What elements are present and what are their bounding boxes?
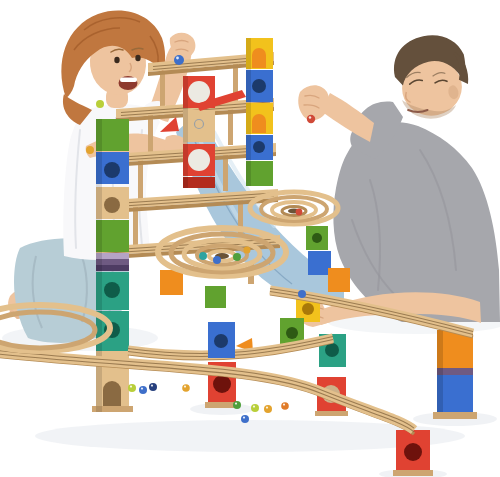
man-head (388, 29, 476, 125)
marble (149, 383, 157, 391)
base-plank (433, 412, 477, 419)
man-hand-pinching (298, 85, 329, 120)
marble-in-funnel (213, 256, 221, 264)
blue-cube-on-rail (208, 322, 235, 358)
marble (264, 405, 272, 413)
marble (139, 386, 147, 394)
cube-hole (253, 141, 265, 153)
cube-blue (308, 251, 331, 275)
cube-orange (328, 268, 350, 292)
base-plank (315, 411, 348, 416)
marble (281, 402, 289, 410)
marble (128, 384, 136, 392)
column-shading (437, 330, 443, 412)
white-circle (188, 149, 210, 171)
white-circle (188, 81, 210, 103)
marble-in-funnel (296, 209, 303, 216)
orange-blue-stack (433, 330, 477, 419)
column-shading (183, 76, 188, 188)
orange-arch (252, 48, 266, 68)
cube-green-support (205, 286, 226, 308)
photo-canvas (0, 0, 500, 477)
base-plank (393, 470, 433, 476)
marble (233, 401, 241, 409)
marble (241, 415, 249, 423)
scene (0, 0, 500, 477)
yellow-blue-column (246, 38, 273, 186)
marble-in-funnel (199, 252, 207, 260)
marble-on-rail-3 (86, 146, 94, 154)
cube-hole (325, 343, 339, 357)
orange-arch (252, 114, 266, 133)
marble-glint (309, 116, 311, 118)
cube-hole (104, 162, 120, 178)
boy-teeth (120, 78, 137, 83)
marble-on-rail-2 (96, 100, 104, 108)
spiral-funnel-small (250, 192, 338, 224)
cube-hole (312, 233, 322, 243)
marble (251, 404, 259, 412)
arch-hole (103, 381, 121, 406)
marble-in-funnel (244, 247, 251, 254)
cube-hole (252, 79, 266, 93)
marble-on-rail (298, 290, 306, 298)
marble (182, 384, 190, 392)
marble-in-man-hand (307, 115, 315, 123)
cube-hole (214, 334, 228, 348)
column-shading (96, 119, 102, 412)
cube-hole (286, 327, 298, 339)
man-torso-shirt (333, 122, 500, 322)
bottom-right-red-support (393, 430, 433, 476)
marble-being-placed (174, 55, 184, 65)
column-shading (246, 38, 251, 186)
cube-hole (213, 375, 231, 393)
cube-hole (404, 443, 422, 461)
cube-hole (104, 197, 120, 213)
cube-orange-support (160, 270, 183, 295)
marble-in-funnel (233, 253, 241, 261)
cube-hole (302, 303, 314, 315)
cube-hole (104, 282, 120, 298)
